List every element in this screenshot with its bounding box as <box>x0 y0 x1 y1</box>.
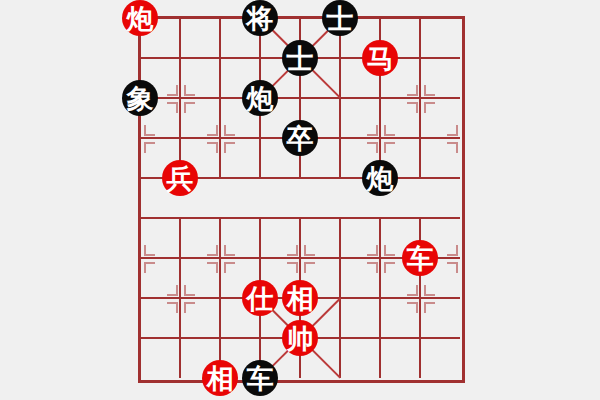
piece-red-elephant[interactable]: 相 <box>202 360 238 396</box>
star-point-bracket <box>447 125 458 136</box>
star-point-bracket <box>367 262 378 273</box>
piece-red-general[interactable]: 帅 <box>282 320 318 356</box>
piece-red-chariot[interactable]: 车 <box>402 240 438 276</box>
star-point-bracket <box>184 285 195 296</box>
star-point-bracket <box>167 285 178 296</box>
star-point-bracket <box>207 142 218 153</box>
star-point-bracket <box>447 142 458 153</box>
star-point-bracket <box>184 102 195 113</box>
star-point-bracket <box>224 125 235 136</box>
star-point-bracket <box>287 245 298 256</box>
star-point-bracket <box>167 302 178 313</box>
piece-red-cannon[interactable]: 炮 <box>122 0 158 36</box>
star-point-bracket <box>424 302 435 313</box>
star-point-bracket <box>304 262 315 273</box>
piece-black-advisor[interactable]: 士 <box>282 40 318 76</box>
star-point-bracket <box>184 85 195 96</box>
star-point-bracket <box>207 262 218 273</box>
star-point-bracket <box>144 262 155 273</box>
star-point-bracket <box>367 125 378 136</box>
star-point-bracket <box>144 142 155 153</box>
star-point-bracket <box>384 142 395 153</box>
star-point-bracket <box>424 85 435 96</box>
star-point-bracket <box>167 102 178 113</box>
piece-red-horse[interactable]: 马 <box>362 40 398 76</box>
star-point-bracket <box>367 245 378 256</box>
piece-black-chariot[interactable]: 车 <box>242 360 278 396</box>
piece-black-advisor[interactable]: 士 <box>322 0 358 36</box>
piece-red-elephant[interactable]: 相 <box>282 280 318 316</box>
piece-red-pawn[interactable]: 兵 <box>162 160 198 196</box>
star-point-bracket <box>384 125 395 136</box>
grid-line-vertical <box>379 218 381 378</box>
star-point-bracket <box>424 285 435 296</box>
xiangqi-board: 炮马兵车仕相帅相将士士象炮卒炮车 <box>0 0 600 400</box>
star-point-bracket <box>407 302 418 313</box>
star-point-bracket <box>167 85 178 96</box>
star-point-bracket <box>407 285 418 296</box>
star-point-bracket <box>384 245 395 256</box>
grid-line-vertical <box>219 218 221 378</box>
star-point-bracket <box>304 245 315 256</box>
star-point-bracket <box>367 142 378 153</box>
star-point-bracket <box>384 262 395 273</box>
piece-black-cannon[interactable]: 炮 <box>362 160 398 196</box>
star-point-bracket <box>184 302 195 313</box>
star-point-bracket <box>447 245 458 256</box>
piece-black-elephant[interactable]: 象 <box>122 80 158 116</box>
piece-red-advisor[interactable]: 仕 <box>242 280 278 316</box>
star-point-bracket <box>207 245 218 256</box>
grid-line-vertical <box>419 18 421 178</box>
star-point-bracket <box>144 245 155 256</box>
piece-black-pawn[interactable]: 卒 <box>282 120 318 156</box>
star-point-bracket <box>224 262 235 273</box>
star-point-bracket <box>207 125 218 136</box>
star-point-bracket <box>144 125 155 136</box>
star-point-bracket <box>224 142 235 153</box>
star-point-bracket <box>407 85 418 96</box>
star-point-bracket <box>287 262 298 273</box>
piece-black-general[interactable]: 将 <box>242 0 278 36</box>
star-point-bracket <box>424 102 435 113</box>
xiangqi-app: 炮马兵车仕相帅相将士士象炮卒炮车 <box>0 0 600 400</box>
grid-line-vertical <box>179 18 181 178</box>
star-point-bracket <box>447 262 458 273</box>
piece-black-cannon[interactable]: 炮 <box>242 80 278 116</box>
grid-line-vertical <box>179 218 181 378</box>
star-point-bracket <box>407 102 418 113</box>
grid-line-vertical <box>219 18 221 178</box>
star-point-bracket <box>224 245 235 256</box>
